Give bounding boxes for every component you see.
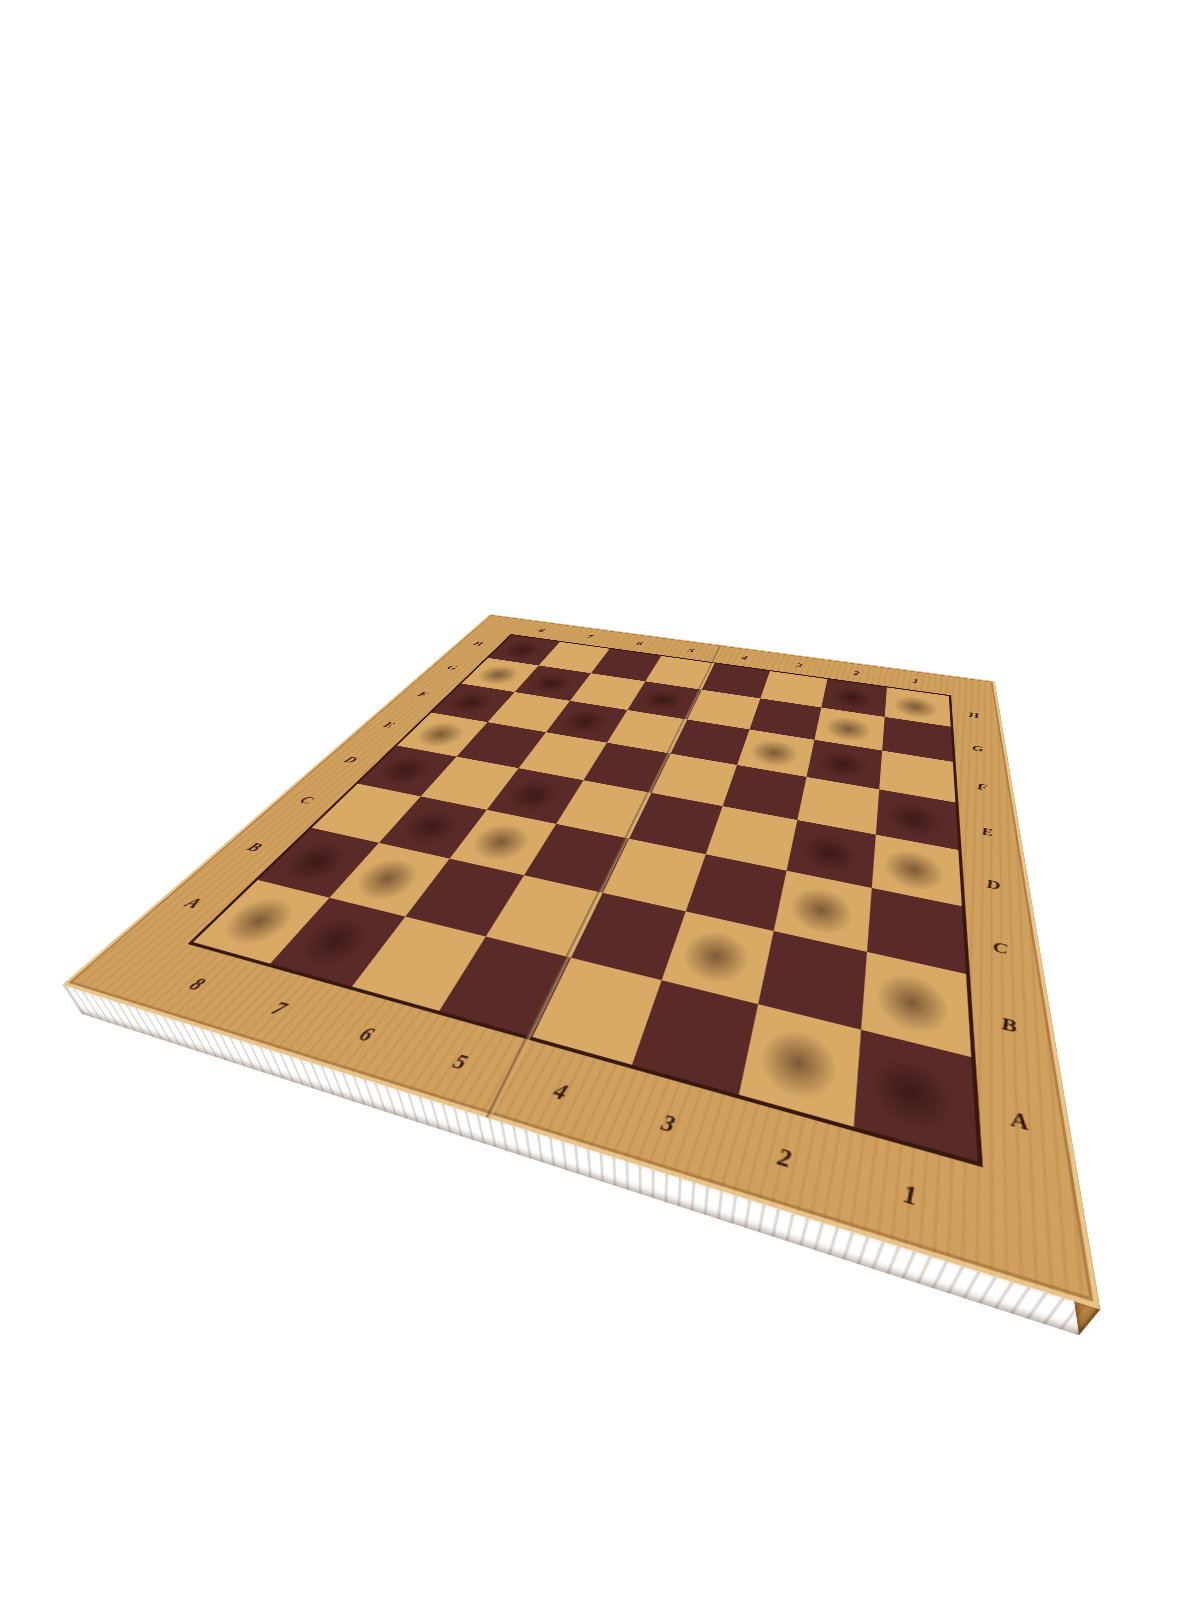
black-rook-icon: ♜	[216, 830, 299, 925]
black-pawn-icon: ♟	[358, 819, 414, 884]
white-rook-icon: ♜	[860, 980, 964, 1099]
file-label-F: F	[976, 781, 988, 793]
rank-label-2: 2	[852, 669, 859, 676]
chess-board: 8877665544332211AABBCCDDEEFFGGHH ♟♝♚♞♛♝♜…	[62, 614, 1100, 1310]
white-queen-icon: ♛	[862, 755, 965, 875]
white-pawn-icon: ♟	[762, 986, 834, 1069]
black-knight-icon: ♞	[462, 757, 538, 846]
white-bishop-icon: ♝	[775, 807, 868, 915]
black-pawn-icon: ♟	[303, 875, 365, 946]
rank-label-1: 1	[912, 677, 919, 685]
white-bishop-icon: ♝	[666, 846, 765, 961]
rank-label-3: 3	[795, 662, 803, 669]
product-photo-scene: 8877665544332211AABBCCDDEEFFGGHH ♟♝♚♞♛♝♜…	[0, 0, 1200, 1600]
